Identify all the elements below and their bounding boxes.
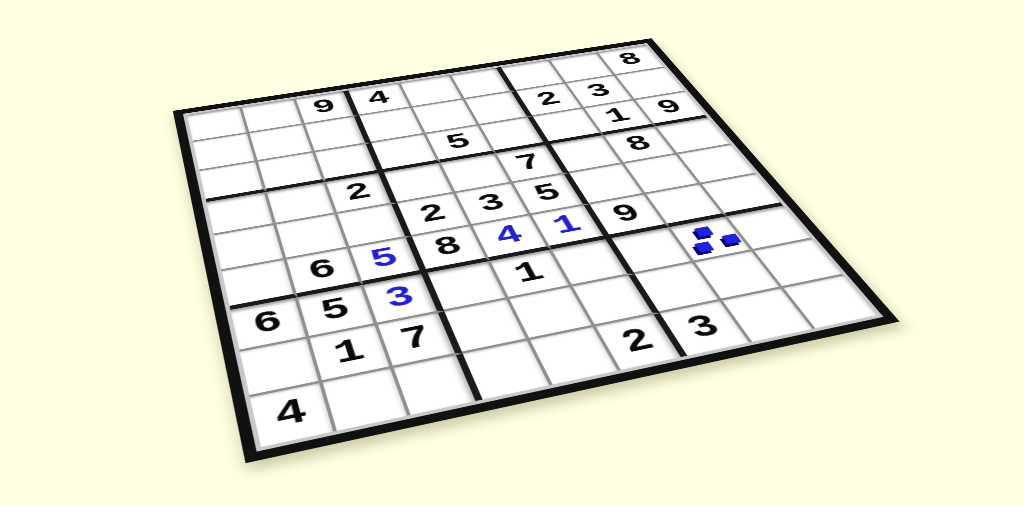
candidate-cube (695, 226, 715, 237)
given-digit: 3 (681, 310, 728, 345)
sudoku-board-frame: 94823519278235658419653117423 (173, 38, 900, 463)
entered-digit: 3 (381, 281, 419, 314)
given-digit: 5 (442, 131, 476, 154)
given-digit: 4 (271, 394, 311, 435)
given-digit: 4 (364, 88, 394, 109)
given-digit: 1 (330, 334, 369, 370)
entered-digit: 5 (366, 244, 403, 274)
given-digit: 2 (341, 179, 374, 205)
given-digit: 9 (310, 96, 340, 117)
given-digit: 8 (614, 50, 647, 69)
given-digit: 9 (652, 97, 688, 119)
sudoku-scene: 94823519278235658419653117423 (0, 0, 1024, 506)
given-digit: 1 (600, 105, 635, 127)
given-digit: 6 (305, 255, 341, 286)
given-digit: 3 (582, 81, 616, 102)
given-digit: 5 (529, 180, 566, 206)
given-digit: 2 (532, 89, 565, 110)
entered-digit: 4 (490, 222, 528, 251)
given-digit: 2 (615, 324, 661, 360)
given-digit: 7 (511, 151, 547, 176)
given-digit: 8 (620, 132, 657, 156)
entered-digit: 1 (548, 211, 587, 239)
given-digit: 2 (415, 200, 451, 228)
given-digit: 1 (509, 257, 549, 288)
given-digit: 3 (473, 190, 510, 217)
candidate-cube (722, 233, 742, 244)
given-digit: 7 (396, 321, 436, 357)
given-digit: 8 (430, 233, 467, 263)
candidate-cube (694, 241, 714, 252)
given-digit: 9 (607, 201, 647, 229)
given-digit: 5 (317, 293, 354, 327)
given-digit: 6 (250, 306, 286, 340)
sudoku-grid: 94823519278235658419653117423 (183, 43, 883, 452)
